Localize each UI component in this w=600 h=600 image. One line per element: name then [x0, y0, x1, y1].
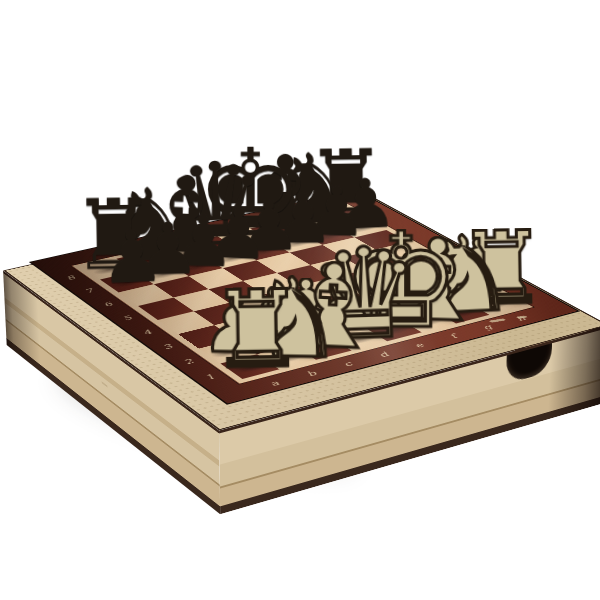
product-photo-stage: ♜♞♝♛♚♝♞♜♟♟♟♟♟♟♟♟♟♟♟♟♟♟♟♟♜♞♝♛♚♝♞♜ abcdefg… — [0, 0, 600, 600]
rank-label-1: 1 — [202, 373, 218, 381]
file-label-a: a — [266, 379, 282, 387]
scene: ♜♞♝♛♚♝♞♜♟♟♟♟♟♟♟♟♟♟♟♟♟♟♟♟♜♞♝♛♚♝♞♜ abcdefg… — [0, 0, 600, 600]
piece-black-pawn-a7: ♟ — [51, 225, 214, 290]
rank-label-6: 6 — [100, 301, 115, 308]
rank-label-5: 5 — [120, 314, 135, 321]
chess-box: ♜♞♝♛♚♝♞♜♟♟♟♟♟♟♟♟♟♟♟♟♟♟♟♟♜♞♝♛♚♝♞♜ abcdefg… — [29, 189, 580, 405]
rank-label-7: 7 — [82, 287, 96, 294]
piece-white-rook-a1: ♜ — [170, 286, 344, 374]
